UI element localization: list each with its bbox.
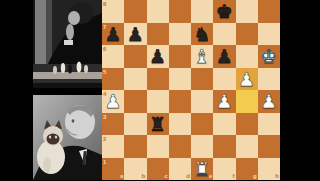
black-pawn-c6[interactable]: ♟ [149, 45, 166, 67]
square-b4[interactable] [124, 90, 146, 113]
square-f1[interactable]: f [213, 158, 235, 181]
square-f5[interactable] [213, 68, 235, 91]
white-pawn-a4[interactable]: ♟ [105, 90, 122, 112]
square-e3[interactable] [191, 113, 213, 136]
white-pawn-h4[interactable]: ♟ [260, 90, 277, 112]
black-king-f8[interactable]: ♚ [216, 0, 233, 22]
square-a4[interactable]: 4♟ [102, 90, 124, 113]
square-b8[interactable] [124, 0, 146, 23]
player-with-cat-photo-art [33, 95, 102, 180]
square-g2[interactable] [236, 135, 258, 158]
square-g8[interactable] [236, 0, 258, 23]
square-b7[interactable]: ♟ [124, 23, 146, 46]
player-thinking-photo [33, 0, 102, 88]
screenshot-stage: 8♚7♟♟♞6♟♝♟♚5♟4♟♟♟3♜21abcde♜fgh [0, 0, 320, 180]
square-d7[interactable] [169, 23, 191, 46]
square-f3[interactable] [213, 113, 235, 136]
square-a1[interactable]: 1a [102, 158, 124, 181]
rank-label-1: 1 [103, 159, 106, 165]
square-a6[interactable]: 6 [102, 45, 124, 68]
square-c6[interactable]: ♟ [147, 45, 169, 68]
square-e4[interactable] [191, 90, 213, 113]
square-d2[interactable] [169, 135, 191, 158]
square-e5[interactable] [191, 68, 213, 91]
square-h8[interactable] [258, 0, 280, 23]
square-c2[interactable] [147, 135, 169, 158]
square-h6[interactable]: ♚ [258, 45, 280, 68]
square-b6[interactable] [124, 45, 146, 68]
black-rook-c3[interactable]: ♜ [149, 113, 166, 135]
square-b2[interactable] [124, 135, 146, 158]
square-h2[interactable] [258, 135, 280, 158]
square-h4[interactable]: ♟ [258, 90, 280, 113]
square-d1[interactable]: d [169, 158, 191, 181]
square-c7[interactable] [147, 23, 169, 46]
player-thinking-photo-art [33, 0, 102, 88]
square-a2[interactable]: 2 [102, 135, 124, 158]
file-label-f: f [233, 173, 235, 179]
square-c1[interactable]: c [147, 158, 169, 181]
square-b1[interactable]: b [124, 158, 146, 181]
black-pawn-f6[interactable]: ♟ [216, 45, 233, 67]
square-h3[interactable] [258, 113, 280, 136]
square-c8[interactable] [147, 0, 169, 23]
square-f4[interactable]: ♟ [213, 90, 235, 113]
square-g5[interactable]: ♟ [236, 68, 258, 91]
black-pawn-a7[interactable]: ♟ [105, 23, 122, 45]
square-d8[interactable] [169, 0, 191, 23]
square-d6[interactable] [169, 45, 191, 68]
file-label-a: a [120, 173, 123, 179]
white-pawn-g5[interactable]: ♟ [238, 68, 255, 90]
black-knight-e7[interactable]: ♞ [194, 23, 211, 45]
square-g4[interactable] [236, 90, 258, 113]
square-c5[interactable] [147, 68, 169, 91]
file-label-g: g [253, 173, 257, 179]
square-b3[interactable] [124, 113, 146, 136]
square-c4[interactable] [147, 90, 169, 113]
square-a8[interactable]: 8 [102, 0, 124, 23]
file-label-d: d [186, 173, 190, 179]
file-label-h: h [275, 173, 279, 179]
square-h7[interactable] [258, 23, 280, 46]
square-f7[interactable] [213, 23, 235, 46]
square-a5[interactable]: 5 [102, 68, 124, 91]
square-h5[interactable] [258, 68, 280, 91]
square-f6[interactable]: ♟ [213, 45, 235, 68]
black-pawn-b7[interactable]: ♟ [127, 23, 144, 45]
white-bishop-e6[interactable]: ♝ [194, 45, 211, 67]
white-pawn-f4[interactable]: ♟ [216, 90, 233, 112]
square-e7[interactable]: ♞ [191, 23, 213, 46]
rank-label-3: 3 [103, 114, 106, 120]
square-d3[interactable] [169, 113, 191, 136]
rank-label-2: 2 [103, 136, 106, 142]
square-d4[interactable] [169, 90, 191, 113]
square-g6[interactable] [236, 45, 258, 68]
chess-board: 8♚7♟♟♞6♟♝♟♚5♟4♟♟♟3♜21abcde♜fgh [102, 0, 280, 180]
white-rook-e1[interactable]: ♜ [194, 158, 211, 180]
white-king-h6[interactable]: ♚ [260, 45, 277, 67]
square-d5[interactable] [169, 68, 191, 91]
square-e1[interactable]: e♜ [191, 158, 213, 181]
square-a7[interactable]: 7♟ [102, 23, 124, 46]
square-e2[interactable] [191, 135, 213, 158]
rank-label-5: 5 [103, 69, 106, 75]
square-e6[interactable]: ♝ [191, 45, 213, 68]
square-g7[interactable] [236, 23, 258, 46]
square-f8[interactable]: ♚ [213, 0, 235, 23]
square-a3[interactable]: 3 [102, 113, 124, 136]
rank-label-8: 8 [103, 1, 106, 7]
rank-label-6: 6 [103, 46, 106, 52]
square-b5[interactable] [124, 68, 146, 91]
square-e8[interactable] [191, 0, 213, 23]
square-f2[interactable] [213, 135, 235, 158]
file-label-c: c [164, 173, 167, 179]
player-with-cat-photo [33, 95, 102, 180]
square-g3[interactable] [236, 113, 258, 136]
square-h1[interactable]: h [258, 158, 280, 181]
square-c3[interactable]: ♜ [147, 113, 169, 136]
square-g1[interactable]: g [236, 158, 258, 181]
file-label-b: b [142, 173, 146, 179]
